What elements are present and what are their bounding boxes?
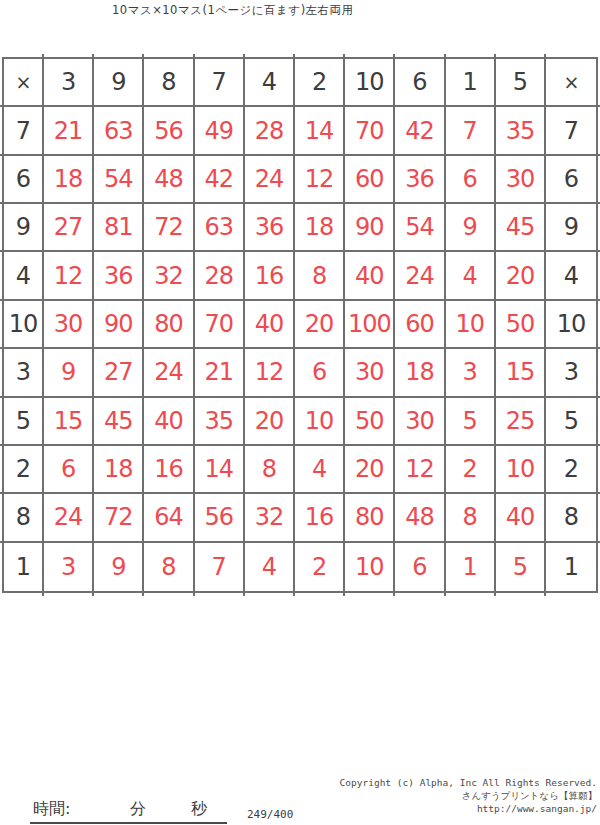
answer-cell: 12 <box>295 156 345 204</box>
answer-cell: 15 <box>496 349 546 397</box>
answer-cell: 45 <box>496 204 546 252</box>
answer-cell: 3 <box>44 543 94 591</box>
col-header-cell: 8 <box>144 59 194 107</box>
time-entry-line: 時間: 分 秒 <box>30 798 227 824</box>
row-header-cell: 9 <box>4 204 44 252</box>
grid-line-tick <box>142 593 144 596</box>
grid-line-tick <box>142 54 144 57</box>
answer-cell: 16 <box>245 252 295 300</box>
answer-cell: 24 <box>144 349 194 397</box>
grid-line-tick <box>544 593 546 596</box>
col-header-cell: 6 <box>395 59 445 107</box>
col-header-cell: 1 <box>446 59 496 107</box>
answer-cell: 27 <box>94 349 144 397</box>
answer-cell: 28 <box>245 107 295 155</box>
answer-cell: 4 <box>245 543 295 591</box>
answer-cell: 16 <box>295 494 345 542</box>
answer-cell: 72 <box>94 494 144 542</box>
row-header-cell: 8 <box>4 494 44 542</box>
answer-cell: 48 <box>395 494 445 542</box>
grid-line-tick <box>0 444 2 446</box>
minutes-label: 分 <box>130 799 146 820</box>
grid-line-tick <box>494 593 496 596</box>
grid-line-tick <box>0 299 2 301</box>
grid-line-tick <box>0 541 2 543</box>
row-header-cell: 4 <box>546 252 596 300</box>
grid-line-tick <box>0 250 2 252</box>
answer-cell: 54 <box>395 204 445 252</box>
grid-line-tick <box>243 593 245 596</box>
answer-cell: 50 <box>345 398 395 446</box>
row-header-cell: 1 <box>4 543 44 591</box>
answer-cell: 14 <box>295 107 345 155</box>
answer-cell: 20 <box>496 252 546 300</box>
answer-cell: 40 <box>496 494 546 542</box>
row-header-cell: 1 <box>546 543 596 591</box>
grid-line-tick <box>0 202 2 204</box>
grid-line-tick <box>544 54 546 57</box>
answer-cell: 90 <box>345 204 395 252</box>
answer-cell: 70 <box>195 301 245 349</box>
row-header-cell: 3 <box>546 349 596 397</box>
grid-line-tick <box>293 54 295 57</box>
answer-cell: 64 <box>144 494 194 542</box>
grid-line-tick <box>444 593 446 596</box>
answer-cell: 80 <box>144 301 194 349</box>
answer-cell: 48 <box>144 156 194 204</box>
grid-line-tick <box>0 492 2 494</box>
grid-line-tick <box>42 54 44 57</box>
answer-cell: 4 <box>295 446 345 494</box>
answer-cell: 8 <box>295 252 345 300</box>
grid-line-tick <box>444 54 446 57</box>
answer-cell: 9 <box>446 204 496 252</box>
answer-cell: 70 <box>345 107 395 155</box>
answer-cell: 8 <box>245 446 295 494</box>
answer-cell: 18 <box>44 156 94 204</box>
row-header-cell: 8 <box>546 494 596 542</box>
answer-cell: 54 <box>94 156 144 204</box>
answer-cell: 1 <box>446 543 496 591</box>
copyright-line: http://www.sangan.jp/ <box>340 802 597 815</box>
grid-line-tick <box>494 54 496 57</box>
answer-cell: 6 <box>295 349 345 397</box>
grid-line-tick <box>393 593 395 596</box>
copyright-line: さんすうプリントなら【算願】 <box>340 789 597 802</box>
answer-cell: 30 <box>395 398 445 446</box>
answer-cell: 18 <box>94 446 144 494</box>
row-header-cell: 2 <box>546 446 596 494</box>
row-header-cell: 3 <box>4 349 44 397</box>
answer-cell: 36 <box>395 156 445 204</box>
grid-line-tick <box>0 347 2 349</box>
grid-line-tick <box>343 54 345 57</box>
copyright-line: Copyright (c) Alpha, Inc All Rights Rese… <box>340 776 597 789</box>
answer-cell: 30 <box>44 301 94 349</box>
answer-cell: 81 <box>94 204 144 252</box>
multiplication-grid: ×39874210615×721635649281470427357618544… <box>2 57 598 593</box>
grid-line-tick <box>293 593 295 596</box>
grid-line-tick <box>92 593 94 596</box>
row-header-cell: 6 <box>546 156 596 204</box>
answer-cell: 12 <box>395 446 445 494</box>
answer-cell: 14 <box>195 446 245 494</box>
answer-cell: 10 <box>496 446 546 494</box>
time-label: 時間: <box>33 799 70 820</box>
answer-cell: 63 <box>195 204 245 252</box>
answer-cell: 5 <box>496 543 546 591</box>
col-header-cell: 3 <box>44 59 94 107</box>
answer-cell: 35 <box>496 107 546 155</box>
sheet-number: 249/400 <box>247 808 293 821</box>
answer-cell: 60 <box>395 301 445 349</box>
answer-cell: 5 <box>446 398 496 446</box>
answer-cell: 20 <box>345 446 395 494</box>
answer-cell: 56 <box>195 494 245 542</box>
answer-cell: 35 <box>195 398 245 446</box>
answer-cell: 6 <box>446 156 496 204</box>
copyright-block: Copyright (c) Alpha, Inc All Rights Rese… <box>340 776 597 815</box>
col-header-cell: 10 <box>345 59 395 107</box>
answer-cell: 24 <box>44 494 94 542</box>
answer-cell: 21 <box>44 107 94 155</box>
answer-cell: 56 <box>144 107 194 155</box>
answer-cell: 36 <box>245 204 295 252</box>
row-header-cell: 6 <box>4 156 44 204</box>
answer-cell: 90 <box>94 301 144 349</box>
answer-cell: 24 <box>395 252 445 300</box>
sheet-title: 10マス×10マス(1ページに百ます)左右両用 <box>112 3 354 18</box>
grid-line-tick <box>0 154 2 156</box>
answer-cell: 40 <box>245 301 295 349</box>
answer-cell: 45 <box>94 398 144 446</box>
col-header-cell: 7 <box>195 59 245 107</box>
operator-corner-cell: × <box>4 59 44 107</box>
answer-cell: 100 <box>345 301 395 349</box>
answer-cell: 72 <box>144 204 194 252</box>
answer-cell: 6 <box>44 446 94 494</box>
col-header-cell: 4 <box>245 59 295 107</box>
col-header-cell: 5 <box>496 59 546 107</box>
answer-cell: 60 <box>345 156 395 204</box>
answer-cell: 32 <box>144 252 194 300</box>
answer-cell: 12 <box>44 252 94 300</box>
grid-line-tick <box>393 54 395 57</box>
row-header-cell: 5 <box>4 398 44 446</box>
answer-cell: 4 <box>446 252 496 300</box>
operator-corner-cell: × <box>546 59 596 107</box>
row-header-cell: 4 <box>4 252 44 300</box>
answer-cell: 28 <box>195 252 245 300</box>
answer-cell: 27 <box>44 204 94 252</box>
row-header-cell: 5 <box>546 398 596 446</box>
row-header-cell: 10 <box>546 301 596 349</box>
answer-cell: 3 <box>446 349 496 397</box>
answer-cell: 30 <box>345 349 395 397</box>
answer-cell: 18 <box>295 204 345 252</box>
grid-line-tick <box>0 105 2 107</box>
row-header-cell: 2 <box>4 446 44 494</box>
answer-cell: 80 <box>345 494 395 542</box>
answer-cell: 10 <box>446 301 496 349</box>
row-header-cell: 7 <box>546 107 596 155</box>
answer-cell: 7 <box>446 107 496 155</box>
answer-cell: 21 <box>195 349 245 397</box>
answer-cell: 9 <box>94 543 144 591</box>
grid-line-tick <box>243 54 245 57</box>
answer-cell: 36 <box>94 252 144 300</box>
answer-cell: 6 <box>395 543 445 591</box>
answer-cell: 32 <box>245 494 295 542</box>
answer-cell: 20 <box>245 398 295 446</box>
row-header-cell: 9 <box>546 204 596 252</box>
col-header-cell: 2 <box>295 59 345 107</box>
grid-line-tick <box>193 593 195 596</box>
answer-cell: 2 <box>295 543 345 591</box>
answer-cell: 24 <box>245 156 295 204</box>
answer-cell: 15 <box>44 398 94 446</box>
answer-cell: 8 <box>144 543 194 591</box>
grid-line-tick <box>42 593 44 596</box>
answer-cell: 10 <box>295 398 345 446</box>
answer-cell: 9 <box>44 349 94 397</box>
col-header-cell: 9 <box>94 59 144 107</box>
answer-cell: 7 <box>195 543 245 591</box>
answer-cell: 10 <box>345 543 395 591</box>
answer-cell: 12 <box>245 349 295 397</box>
answer-cell: 25 <box>496 398 546 446</box>
answer-cell: 50 <box>496 301 546 349</box>
answer-cell: 30 <box>496 156 546 204</box>
worksheet-page: 10マス×10マス(1ページに百ます)左右両用 ×39874210615×721… <box>0 0 600 825</box>
answer-cell: 40 <box>144 398 194 446</box>
grid-line-tick <box>92 54 94 57</box>
answer-cell: 40 <box>345 252 395 300</box>
grid-line-tick <box>193 54 195 57</box>
answer-cell: 42 <box>395 107 445 155</box>
answer-cell: 18 <box>395 349 445 397</box>
answer-cell: 63 <box>94 107 144 155</box>
row-header-cell: 7 <box>4 107 44 155</box>
answer-cell: 16 <box>144 446 194 494</box>
seconds-label: 秒 <box>191 799 207 820</box>
answer-cell: 20 <box>295 301 345 349</box>
grid-line-tick <box>0 396 2 398</box>
row-header-cell: 10 <box>4 301 44 349</box>
answer-cell: 49 <box>195 107 245 155</box>
answer-cell: 42 <box>195 156 245 204</box>
answer-cell: 2 <box>446 446 496 494</box>
answer-cell: 8 <box>446 494 496 542</box>
grid-line-tick <box>343 593 345 596</box>
